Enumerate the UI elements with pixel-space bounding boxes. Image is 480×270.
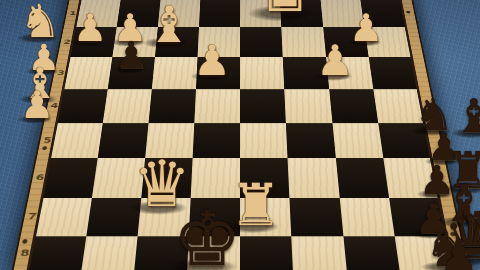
- square-h3[interactable]: [64, 57, 113, 89]
- square-b7[interactable]: [339, 198, 394, 236]
- square-e1[interactable]: [199, 0, 240, 27]
- hinge-dot: [42, 146, 47, 150]
- black-pawn-icon: ♟: [439, 234, 478, 270]
- rank-label-8: 8: [18, 247, 32, 258]
- rank-label-7: 7: [26, 211, 39, 221]
- piece-black-pawn-captured-10: ♟: [439, 234, 478, 270]
- square-d5[interactable]: [240, 123, 288, 158]
- square-c6[interactable]: [288, 158, 339, 198]
- square-c4[interactable]: [285, 89, 332, 123]
- square-h7[interactable]: [35, 198, 92, 236]
- square-g8[interactable]: [81, 236, 137, 270]
- rank-label-6: 6: [34, 173, 47, 183]
- white-pawn-icon: ♟: [20, 86, 54, 124]
- square-h6[interactable]: [42, 158, 97, 198]
- square-b5[interactable]: [332, 123, 383, 158]
- piece-black-pawn-g3[interactable]: ♟: [114, 37, 147, 74]
- square-d4[interactable]: [240, 89, 286, 123]
- piece-white-pawn-captured-3: ♟: [20, 86, 54, 124]
- piece-white-pawn-e3[interactable]: ♟: [193, 40, 231, 82]
- rank-label-5: 5: [41, 136, 53, 145]
- square-c7[interactable]: [290, 198, 343, 236]
- hinge-dot: [406, 11, 410, 14]
- chess-app-screen: { "game": "chess", "scene": { "descripti…: [0, 0, 480, 270]
- square-g4[interactable]: [103, 89, 152, 123]
- square-d8[interactable]: [240, 236, 293, 270]
- square-c5[interactable]: [286, 123, 335, 158]
- square-h8[interactable]: [28, 236, 86, 270]
- square-e4[interactable]: [195, 89, 241, 123]
- black-king-icon: ♚: [173, 201, 241, 270]
- hinge-dot: [22, 239, 28, 243]
- piece-white-bishop-f2[interactable]: ♝: [147, 0, 192, 50]
- white-bishop-icon: ♝: [147, 0, 192, 50]
- piece-white-pawn-b3[interactable]: ♟: [316, 40, 354, 82]
- black-pawn-icon: ♟: [114, 37, 147, 74]
- square-c8[interactable]: [292, 236, 347, 270]
- white-pawn-icon: ♟: [193, 40, 231, 82]
- square-f4[interactable]: [149, 89, 197, 123]
- square-b6[interactable]: [335, 158, 388, 198]
- white-pawn-icon: ♟: [316, 40, 354, 82]
- square-h5[interactable]: [50, 123, 103, 158]
- square-d2[interactable]: [240, 27, 283, 57]
- white-pawn-icon: ♟: [73, 9, 107, 47]
- square-h4[interactable]: [57, 89, 108, 123]
- square-a3[interactable]: [368, 57, 417, 89]
- piece-white-king-c1[interactable]: ♚: [253, 0, 318, 22]
- square-b4[interactable]: [329, 89, 378, 123]
- square-e5[interactable]: [193, 123, 241, 158]
- square-b8[interactable]: [343, 236, 399, 270]
- piece-black-king-e8[interactable]: ♚: [173, 201, 241, 270]
- piece-white-pawn-a2[interactable]: ♟: [349, 9, 383, 47]
- square-d3[interactable]: [240, 57, 284, 89]
- white-pawn-icon: ♟: [349, 9, 383, 47]
- white-king-icon: ♚: [253, 0, 318, 22]
- piece-white-pawn-h2[interactable]: ♟: [73, 9, 107, 47]
